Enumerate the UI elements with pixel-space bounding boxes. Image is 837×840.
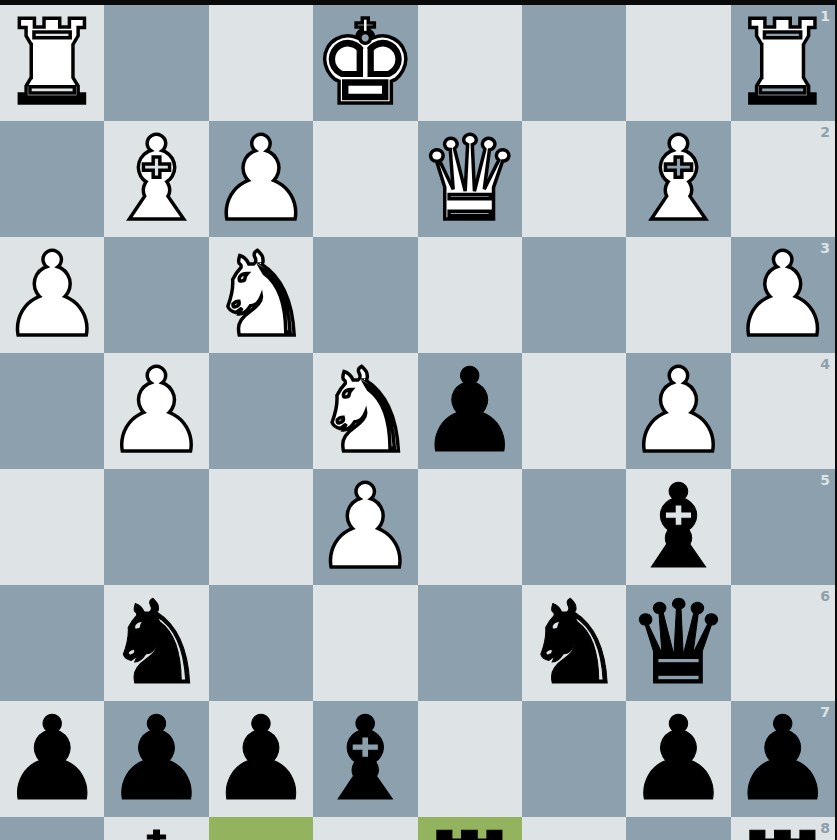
square-b5[interactable]: ♝ bbox=[626, 469, 730, 585]
black-queen[interactable]: ♛ bbox=[626, 585, 730, 701]
square-a8[interactable]: ♜a8 bbox=[731, 817, 835, 840]
white-queen[interactable]: ♛ bbox=[418, 121, 522, 237]
square-e4[interactable]: ♞ bbox=[313, 353, 417, 469]
white-king[interactable]: ♚ bbox=[313, 5, 417, 121]
rank-label-7: 7 bbox=[820, 705, 830, 719]
black-rook[interactable]: ♜ bbox=[731, 817, 835, 840]
square-g1[interactable] bbox=[104, 5, 208, 121]
square-d7[interactable] bbox=[418, 701, 522, 817]
square-b7[interactable]: ♟ bbox=[626, 701, 730, 817]
rank-label-6: 6 bbox=[820, 589, 830, 603]
square-d3[interactable] bbox=[418, 237, 522, 353]
white-pawn[interactable]: ♟ bbox=[105, 353, 209, 469]
black-pawn[interactable]: ♟ bbox=[0, 701, 104, 817]
square-b2[interactable]: ♝ bbox=[626, 121, 730, 237]
white-knight[interactable]: ♞ bbox=[313, 353, 417, 469]
square-g6[interactable]: ♞ bbox=[104, 585, 208, 701]
square-h7[interactable]: ♟ bbox=[0, 701, 104, 817]
square-f2[interactable]: ♟ bbox=[209, 121, 313, 237]
black-pawn[interactable]: ♟ bbox=[731, 701, 835, 817]
square-h1[interactable]: ♜ bbox=[0, 5, 104, 121]
square-e2[interactable] bbox=[313, 121, 417, 237]
square-e6[interactable] bbox=[313, 585, 417, 701]
square-g5[interactable] bbox=[104, 469, 208, 585]
square-d4[interactable]: ♟ bbox=[418, 353, 522, 469]
square-f4[interactable] bbox=[209, 353, 313, 469]
square-d5[interactable] bbox=[418, 469, 522, 585]
black-bishop[interactable]: ♝ bbox=[626, 469, 730, 585]
square-f3[interactable]: ♞ bbox=[209, 237, 313, 353]
rank-label-5: 5 bbox=[820, 473, 830, 487]
square-e5[interactable]: ♟ bbox=[313, 469, 417, 585]
square-a2[interactable]: 2 bbox=[731, 121, 835, 237]
square-h3[interactable]: ♟ bbox=[0, 237, 104, 353]
square-d6[interactable] bbox=[418, 585, 522, 701]
square-e3[interactable] bbox=[313, 237, 417, 353]
rank-label-4: 4 bbox=[820, 357, 830, 371]
square-f1[interactable] bbox=[209, 5, 313, 121]
square-d2[interactable]: ♛ bbox=[418, 121, 522, 237]
square-d1[interactable] bbox=[418, 5, 522, 121]
square-c6[interactable]: ♞ bbox=[522, 585, 626, 701]
square-b1[interactable] bbox=[626, 5, 730, 121]
white-bishop[interactable]: ♝ bbox=[626, 121, 730, 237]
square-g7[interactable]: ♟ bbox=[104, 701, 208, 817]
square-c7[interactable] bbox=[522, 701, 626, 817]
black-knight[interactable]: ♞ bbox=[522, 585, 626, 701]
black-knight[interactable]: ♞ bbox=[105, 585, 209, 701]
square-b6[interactable]: ♛ bbox=[626, 585, 730, 701]
square-a5[interactable]: 5 bbox=[731, 469, 835, 585]
square-c2[interactable] bbox=[522, 121, 626, 237]
rank-label-3: 3 bbox=[820, 241, 830, 255]
square-c4[interactable] bbox=[522, 353, 626, 469]
rank-label-8: 8 bbox=[820, 821, 830, 835]
square-b3[interactable] bbox=[626, 237, 730, 353]
square-g8[interactable]: ♚g bbox=[104, 817, 208, 840]
board-frame: ♜♚♜1♝♟♛♝2♟♞♟3♟♞♟♟4♟♝5♞♞♛6♟♟♟♝♟♟7h♚gfe♜dc… bbox=[0, 0, 837, 840]
white-bishop[interactable]: ♝ bbox=[105, 121, 209, 237]
rank-label-2: 2 bbox=[820, 125, 830, 139]
black-pawn[interactable]: ♟ bbox=[105, 701, 209, 817]
square-e1[interactable]: ♚ bbox=[313, 5, 417, 121]
square-c3[interactable] bbox=[522, 237, 626, 353]
white-pawn[interactable]: ♟ bbox=[209, 121, 313, 237]
square-a3[interactable]: ♟3 bbox=[731, 237, 835, 353]
square-a6[interactable]: 6 bbox=[731, 585, 835, 701]
square-f7[interactable]: ♟ bbox=[209, 701, 313, 817]
white-rook[interactable]: ♜ bbox=[0, 5, 104, 121]
square-g4[interactable]: ♟ bbox=[104, 353, 208, 469]
square-h2[interactable] bbox=[0, 121, 104, 237]
square-a4[interactable]: 4 bbox=[731, 353, 835, 469]
black-pawn[interactable]: ♟ bbox=[418, 353, 522, 469]
white-pawn[interactable]: ♟ bbox=[626, 353, 730, 469]
square-h5[interactable] bbox=[0, 469, 104, 585]
chess-board: ♜♚♜1♝♟♛♝2♟♞♟3♟♞♟♟4♟♝5♞♞♛6♟♟♟♝♟♟7h♚gfe♜dc… bbox=[0, 5, 835, 836]
square-h6[interactable] bbox=[0, 585, 104, 701]
square-c5[interactable] bbox=[522, 469, 626, 585]
square-a1[interactable]: ♜1 bbox=[731, 5, 835, 121]
black-rook[interactable]: ♜ bbox=[418, 817, 522, 840]
square-f5[interactable] bbox=[209, 469, 313, 585]
black-pawn[interactable]: ♟ bbox=[626, 701, 730, 817]
white-knight[interactable]: ♞ bbox=[209, 237, 313, 353]
white-rook[interactable]: ♜ bbox=[731, 5, 835, 121]
square-h4[interactable] bbox=[0, 353, 104, 469]
square-d8[interactable]: ♜d bbox=[418, 817, 522, 840]
square-f6[interactable] bbox=[209, 585, 313, 701]
black-pawn[interactable]: ♟ bbox=[209, 701, 313, 817]
rank-label-1: 1 bbox=[820, 9, 830, 23]
square-g2[interactable]: ♝ bbox=[104, 121, 208, 237]
black-king[interactable]: ♚ bbox=[105, 817, 209, 840]
black-bishop[interactable]: ♝ bbox=[313, 701, 417, 817]
white-pawn[interactable]: ♟ bbox=[731, 237, 835, 353]
white-pawn[interactable]: ♟ bbox=[313, 469, 417, 585]
square-e7[interactable]: ♝ bbox=[313, 701, 417, 817]
square-g3[interactable] bbox=[104, 237, 208, 353]
square-c8[interactable]: c bbox=[522, 817, 626, 840]
square-b4[interactable]: ♟ bbox=[626, 353, 730, 469]
white-pawn[interactable]: ♟ bbox=[0, 237, 104, 353]
square-c1[interactable] bbox=[522, 5, 626, 121]
square-a7[interactable]: ♟7 bbox=[731, 701, 835, 817]
